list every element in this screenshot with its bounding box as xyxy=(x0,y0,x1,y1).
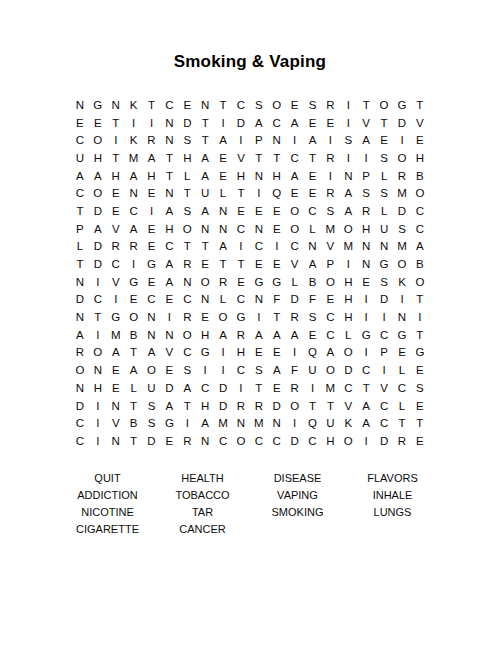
grid-cell[interactable]: A xyxy=(125,167,143,185)
grid-cell[interactable]: C xyxy=(214,432,232,450)
grid-cell[interactable]: C xyxy=(268,114,286,132)
grid-cell[interactable]: A xyxy=(339,202,357,220)
grid-cell[interactable]: N xyxy=(71,96,89,114)
grid-cell[interactable]: G xyxy=(89,96,107,114)
grid-cell[interactable]: R xyxy=(107,238,125,256)
grid-cell[interactable]: S xyxy=(411,379,429,397)
grid-cell[interactable]: O xyxy=(375,96,393,114)
grid-cell[interactable]: F xyxy=(286,361,304,379)
grid-cell[interactable]: L xyxy=(214,184,232,202)
grid-cell[interactable]: N xyxy=(357,238,375,256)
grid-cell[interactable]: C xyxy=(160,238,178,256)
grid-cell[interactable]: H xyxy=(268,167,286,185)
grid-cell[interactable]: U xyxy=(196,184,214,202)
grid-cell[interactable]: H xyxy=(196,397,214,415)
grid-cell[interactable]: E xyxy=(411,131,429,149)
grid-cell[interactable]: G xyxy=(357,326,375,344)
grid-cell[interactable]: L xyxy=(375,202,393,220)
grid-cell[interactable]: I xyxy=(89,273,107,291)
grid-cell[interactable]: E xyxy=(304,184,322,202)
grid-cell[interactable]: I xyxy=(321,167,339,185)
grid-cell[interactable]: N xyxy=(107,432,125,450)
grid-cell[interactable]: C xyxy=(71,184,89,202)
grid-cell[interactable]: S xyxy=(393,220,411,238)
grid-cell[interactable]: A xyxy=(214,131,232,149)
grid-cell[interactable]: S xyxy=(304,308,322,326)
grid-cell[interactable]: K xyxy=(393,273,411,291)
grid-cell[interactable]: D xyxy=(71,397,89,415)
grid-cell[interactable]: N xyxy=(143,308,161,326)
grid-cell[interactable]: C xyxy=(178,344,196,362)
grid-cell[interactable]: T xyxy=(125,432,143,450)
grid-cell[interactable]: A xyxy=(71,167,89,185)
grid-cell[interactable]: T xyxy=(196,131,214,149)
grid-cell[interactable]: U xyxy=(143,379,161,397)
grid-cell[interactable]: E xyxy=(268,220,286,238)
grid-cell[interactable]: I xyxy=(143,202,161,220)
grid-cell[interactable]: E xyxy=(375,131,393,149)
grid-cell[interactable]: O xyxy=(214,308,232,326)
grid-cell[interactable]: I xyxy=(160,308,178,326)
grid-cell[interactable]: O xyxy=(321,273,339,291)
grid-cell[interactable]: I xyxy=(89,397,107,415)
grid-cell[interactable]: T xyxy=(125,397,143,415)
grid-cell[interactable]: N xyxy=(160,131,178,149)
grid-cell[interactable]: R xyxy=(321,184,339,202)
grid-cell[interactable]: D xyxy=(339,361,357,379)
grid-cell[interactable]: N xyxy=(250,167,268,185)
grid-cell[interactable]: C xyxy=(286,149,304,167)
grid-cell[interactable]: E xyxy=(232,273,250,291)
grid-cell[interactable]: D xyxy=(375,432,393,450)
grid-cell[interactable]: P xyxy=(71,220,89,238)
grid-cell[interactable]: G xyxy=(268,273,286,291)
grid-cell[interactable]: A xyxy=(196,202,214,220)
grid-cell[interactable]: E xyxy=(304,326,322,344)
grid-cell[interactable]: S xyxy=(321,202,339,220)
grid-cell[interactable]: H xyxy=(357,220,375,238)
grid-cell[interactable]: N xyxy=(196,432,214,450)
grid-cell[interactable]: H xyxy=(411,149,429,167)
grid-cell[interactable]: O xyxy=(321,361,339,379)
grid-cell[interactable]: I xyxy=(357,308,375,326)
grid-cell[interactable]: N xyxy=(160,114,178,132)
grid-cell[interactable]: B xyxy=(304,273,322,291)
grid-cell[interactable]: A xyxy=(196,414,214,432)
grid-cell[interactable]: E xyxy=(304,167,322,185)
grid-cell[interactable]: N xyxy=(250,291,268,309)
grid-cell[interactable]: S xyxy=(250,361,268,379)
grid-cell[interactable]: O xyxy=(411,273,429,291)
grid-cell[interactable]: T xyxy=(160,167,178,185)
grid-cell[interactable]: R xyxy=(71,344,89,362)
grid-cell[interactable]: H xyxy=(339,273,357,291)
grid-cell[interactable]: N xyxy=(71,379,89,397)
grid-cell[interactable]: O xyxy=(178,326,196,344)
grid-cell[interactable]: E xyxy=(107,361,125,379)
grid-cell[interactable]: Q xyxy=(268,184,286,202)
grid-cell[interactable]: V xyxy=(107,414,125,432)
grid-cell[interactable]: V xyxy=(357,114,375,132)
grid-cell[interactable]: A xyxy=(250,114,268,132)
grid-cell[interactable]: A xyxy=(89,167,107,185)
grid-cell[interactable]: A xyxy=(286,114,304,132)
grid-cell[interactable]: T xyxy=(393,414,411,432)
grid-cell[interactable]: I xyxy=(178,414,196,432)
grid-cell[interactable]: V xyxy=(321,238,339,256)
grid-cell[interactable]: I xyxy=(286,414,304,432)
grid-cell[interactable]: C xyxy=(178,291,196,309)
grid-cell[interactable]: E xyxy=(143,273,161,291)
grid-cell[interactable]: A xyxy=(89,220,107,238)
grid-cell[interactable]: E xyxy=(411,397,429,415)
grid-cell[interactable]: V xyxy=(107,220,125,238)
grid-cell[interactable]: C xyxy=(304,432,322,450)
grid-cell[interactable]: E xyxy=(196,255,214,273)
grid-cell[interactable]: E xyxy=(304,114,322,132)
grid-cell[interactable]: H xyxy=(196,326,214,344)
grid-cell[interactable]: K xyxy=(125,131,143,149)
grid-cell[interactable]: N xyxy=(268,414,286,432)
grid-cell[interactable]: O xyxy=(286,220,304,238)
grid-cell[interactable]: A xyxy=(143,149,161,167)
grid-cell[interactable]: T xyxy=(178,184,196,202)
grid-cell[interactable]: A xyxy=(71,326,89,344)
grid-cell[interactable]: N xyxy=(304,238,322,256)
grid-cell[interactable]: N xyxy=(250,220,268,238)
grid-cell[interactable]: D xyxy=(393,202,411,220)
grid-cell[interactable]: D xyxy=(232,114,250,132)
grid-cell[interactable]: G xyxy=(411,344,429,362)
grid-cell[interactable]: N xyxy=(214,202,232,220)
grid-cell[interactable]: E xyxy=(250,202,268,220)
grid-cell[interactable]: I xyxy=(357,291,375,309)
grid-cell[interactable]: N xyxy=(339,167,357,185)
grid-cell[interactable]: N xyxy=(232,414,250,432)
grid-cell[interactable]: M xyxy=(339,238,357,256)
grid-cell[interactable]: O xyxy=(286,397,304,415)
grid-cell[interactable]: S xyxy=(178,202,196,220)
grid-cell[interactable]: B xyxy=(125,414,143,432)
grid-cell[interactable]: S xyxy=(339,131,357,149)
grid-cell[interactable]: L xyxy=(286,273,304,291)
grid-cell[interactable]: R xyxy=(178,432,196,450)
grid-cell[interactable]: H xyxy=(232,167,250,185)
grid-cell[interactable]: A xyxy=(357,397,375,415)
grid-cell[interactable]: V xyxy=(232,149,250,167)
grid-cell[interactable]: E xyxy=(125,291,143,309)
grid-cell[interactable]: G xyxy=(160,414,178,432)
grid-cell[interactable]: N xyxy=(160,184,178,202)
grid-cell[interactable]: R xyxy=(125,238,143,256)
grid-cell[interactable]: R xyxy=(321,149,339,167)
grid-cell[interactable]: T xyxy=(160,149,178,167)
grid-cell[interactable]: E xyxy=(268,202,286,220)
grid-cell[interactable]: S xyxy=(250,96,268,114)
grid-cell[interactable]: A xyxy=(160,273,178,291)
grid-cell[interactable]: S xyxy=(304,96,322,114)
grid-cell[interactable]: C xyxy=(250,238,268,256)
grid-cell[interactable]: A xyxy=(214,326,232,344)
grid-cell[interactable]: H xyxy=(178,149,196,167)
grid-cell[interactable]: R xyxy=(393,167,411,185)
grid-cell[interactable]: T xyxy=(178,397,196,415)
grid-cell[interactable]: M xyxy=(125,149,143,167)
grid-cell[interactable]: D xyxy=(214,379,232,397)
grid-cell[interactable]: N xyxy=(393,308,411,326)
grid-cell[interactable]: R xyxy=(178,308,196,326)
grid-cell[interactable]: O xyxy=(339,344,357,362)
grid-cell[interactable]: A xyxy=(411,238,429,256)
grid-cell[interactable]: H xyxy=(339,308,357,326)
grid-cell[interactable]: E xyxy=(160,291,178,309)
grid-cell[interactable]: C xyxy=(286,238,304,256)
grid-cell[interactable]: H xyxy=(339,291,357,309)
grid-cell[interactable]: O xyxy=(411,184,429,202)
grid-cell[interactable]: T xyxy=(232,184,250,202)
grid-cell[interactable]: I xyxy=(250,308,268,326)
grid-cell[interactable]: O xyxy=(196,273,214,291)
grid-cell[interactable]: T xyxy=(357,96,375,114)
grid-cell[interactable]: B xyxy=(125,326,143,344)
grid-cell[interactable]: M xyxy=(393,238,411,256)
grid-cell[interactable]: T xyxy=(250,379,268,397)
grid-cell[interactable]: D xyxy=(214,397,232,415)
grid-cell[interactable]: A xyxy=(214,238,232,256)
grid-cell[interactable]: D xyxy=(89,255,107,273)
grid-cell[interactable]: M xyxy=(250,414,268,432)
grid-cell[interactable]: P xyxy=(321,255,339,273)
grid-cell[interactable]: E xyxy=(71,114,89,132)
grid-cell[interactable]: C xyxy=(357,361,375,379)
grid-cell[interactable]: L xyxy=(339,326,357,344)
grid-cell[interactable]: E xyxy=(214,167,232,185)
grid-cell[interactable]: N xyxy=(357,255,375,273)
grid-cell[interactable]: T xyxy=(411,414,429,432)
grid-cell[interactable]: V xyxy=(375,379,393,397)
grid-cell[interactable]: T xyxy=(196,114,214,132)
grid-cell[interactable]: I xyxy=(393,131,411,149)
grid-cell[interactable]: D xyxy=(143,432,161,450)
grid-cell[interactable]: A xyxy=(196,149,214,167)
grid-cell[interactable]: G xyxy=(125,273,143,291)
grid-cell[interactable]: T xyxy=(304,397,322,415)
grid-cell[interactable]: C xyxy=(411,202,429,220)
grid-cell[interactable]: M xyxy=(321,220,339,238)
grid-cell[interactable]: C xyxy=(107,255,125,273)
grid-cell[interactable]: A xyxy=(268,361,286,379)
grid-cell[interactable]: Q xyxy=(304,414,322,432)
grid-cell[interactable]: I xyxy=(375,361,393,379)
grid-cell[interactable]: I xyxy=(214,344,232,362)
grid-cell[interactable]: C xyxy=(375,326,393,344)
grid-cell[interactable]: R xyxy=(232,397,250,415)
grid-cell[interactable]: H xyxy=(107,167,125,185)
grid-cell[interactable]: M xyxy=(107,326,125,344)
grid-cell[interactable]: G xyxy=(232,308,250,326)
grid-cell[interactable]: T xyxy=(304,149,322,167)
grid-cell[interactable]: O xyxy=(339,220,357,238)
grid-cell[interactable]: T xyxy=(411,291,429,309)
grid-cell[interactable]: N xyxy=(196,291,214,309)
grid-cell[interactable]: O xyxy=(143,361,161,379)
grid-cell[interactable]: O xyxy=(393,255,411,273)
grid-cell[interactable]: U xyxy=(375,220,393,238)
grid-cell[interactable]: D xyxy=(375,291,393,309)
grid-cell[interactable]: T xyxy=(250,149,268,167)
grid-cell[interactable]: E xyxy=(357,273,375,291)
grid-cell[interactable]: U xyxy=(304,361,322,379)
grid-cell[interactable]: T xyxy=(196,238,214,256)
grid-cell[interactable]: I xyxy=(107,291,125,309)
grid-cell[interactable]: C xyxy=(339,379,357,397)
grid-cell[interactable]: A xyxy=(250,326,268,344)
grid-cell[interactable]: O xyxy=(178,220,196,238)
grid-cell[interactable]: I xyxy=(268,238,286,256)
grid-cell[interactable]: I xyxy=(89,432,107,450)
grid-cell[interactable]: C xyxy=(375,414,393,432)
grid-cell[interactable]: A xyxy=(339,184,357,202)
grid-cell[interactable]: G xyxy=(250,273,268,291)
grid-cell[interactable]: T xyxy=(125,344,143,362)
grid-cell[interactable]: C xyxy=(232,220,250,238)
grid-cell[interactable]: D xyxy=(286,291,304,309)
grid-cell[interactable]: N xyxy=(107,397,125,415)
grid-cell[interactable]: I xyxy=(393,291,411,309)
grid-cell[interactable]: L xyxy=(178,167,196,185)
grid-cell[interactable]: A xyxy=(304,255,322,273)
grid-cell[interactable]: L xyxy=(125,379,143,397)
grid-cell[interactable]: D xyxy=(89,202,107,220)
grid-cell[interactable]: E xyxy=(250,344,268,362)
grid-cell[interactable]: G xyxy=(375,255,393,273)
grid-cell[interactable]: C xyxy=(232,361,250,379)
grid-cell[interactable]: T xyxy=(411,326,429,344)
grid-cell[interactable]: A xyxy=(125,361,143,379)
grid-cell[interactable]: H xyxy=(232,344,250,362)
grid-cell[interactable]: E xyxy=(160,432,178,450)
grid-cell[interactable]: E xyxy=(107,202,125,220)
grid-cell[interactable]: R xyxy=(232,326,250,344)
grid-cell[interactable]: I xyxy=(339,96,357,114)
grid-cell[interactable]: I xyxy=(250,184,268,202)
grid-cell[interactable]: P xyxy=(375,344,393,362)
grid-cell[interactable]: T xyxy=(214,96,232,114)
grid-cell[interactable]: D xyxy=(268,397,286,415)
grid-cell[interactable]: S xyxy=(143,397,161,415)
grid-cell[interactable]: G xyxy=(196,344,214,362)
grid-cell[interactable]: R xyxy=(393,432,411,450)
grid-cell[interactable]: V xyxy=(160,344,178,362)
grid-cell[interactable]: E xyxy=(286,96,304,114)
grid-cell[interactable]: O xyxy=(71,361,89,379)
grid-cell[interactable]: I xyxy=(232,131,250,149)
grid-cell[interactable]: N xyxy=(71,273,89,291)
grid-cell[interactable]: T xyxy=(71,255,89,273)
grid-cell[interactable]: A xyxy=(178,379,196,397)
grid-cell[interactable]: E xyxy=(160,361,178,379)
grid-cell[interactable]: U xyxy=(321,414,339,432)
grid-cell[interactable]: S xyxy=(357,184,375,202)
grid-cell[interactable]: E xyxy=(321,291,339,309)
grid-cell[interactable]: O xyxy=(232,432,250,450)
grid-cell[interactable]: C xyxy=(160,96,178,114)
grid-cell[interactable]: C xyxy=(393,379,411,397)
grid-cell[interactable]: M xyxy=(214,414,232,432)
grid-cell[interactable]: F xyxy=(304,291,322,309)
grid-cell[interactable]: T xyxy=(214,255,232,273)
grid-cell[interactable]: C xyxy=(71,414,89,432)
grid-cell[interactable]: T xyxy=(143,96,161,114)
grid-cell[interactable]: I xyxy=(125,255,143,273)
grid-cell[interactable]: L xyxy=(393,397,411,415)
grid-cell[interactable]: M xyxy=(393,184,411,202)
grid-cell[interactable]: C xyxy=(375,397,393,415)
grid-cell[interactable]: S xyxy=(143,414,161,432)
grid-cell[interactable]: I xyxy=(304,379,322,397)
grid-cell[interactable]: V xyxy=(107,273,125,291)
grid-cell[interactable]: O xyxy=(393,149,411,167)
grid-cell[interactable]: V xyxy=(339,397,357,415)
grid-cell[interactable]: I xyxy=(357,344,375,362)
grid-cell[interactable]: C xyxy=(232,96,250,114)
grid-cell[interactable]: C xyxy=(250,432,268,450)
grid-cell[interactable]: S xyxy=(375,273,393,291)
grid-cell[interactable]: O xyxy=(89,184,107,202)
grid-cell[interactable]: N xyxy=(71,308,89,326)
grid-cell[interactable]: D xyxy=(71,291,89,309)
grid-cell[interactable]: A xyxy=(160,255,178,273)
grid-cell[interactable]: S xyxy=(375,184,393,202)
grid-cell[interactable]: C xyxy=(196,379,214,397)
grid-cell[interactable]: E xyxy=(107,379,125,397)
grid-cell[interactable]: E xyxy=(143,220,161,238)
grid-cell[interactable]: A xyxy=(357,414,375,432)
grid-cell[interactable]: I xyxy=(196,361,214,379)
grid-cell[interactable]: A xyxy=(286,167,304,185)
grid-cell[interactable]: C xyxy=(71,131,89,149)
grid-cell[interactable]: P xyxy=(357,167,375,185)
grid-cell[interactable]: R xyxy=(321,96,339,114)
grid-cell[interactable]: E xyxy=(286,184,304,202)
grid-cell[interactable]: C xyxy=(125,202,143,220)
grid-cell[interactable]: P xyxy=(250,131,268,149)
grid-cell[interactable]: I xyxy=(232,238,250,256)
grid-cell[interactable]: I xyxy=(214,361,232,379)
grid-cell[interactable]: N xyxy=(107,96,125,114)
grid-cell[interactable]: T xyxy=(375,114,393,132)
grid-cell[interactable]: I xyxy=(339,255,357,273)
grid-cell[interactable]: E xyxy=(321,114,339,132)
grid-cell[interactable]: K xyxy=(339,414,357,432)
grid-cell[interactable]: R xyxy=(286,379,304,397)
grid-cell[interactable]: E xyxy=(411,361,429,379)
grid-cell[interactable]: O xyxy=(125,308,143,326)
grid-cell[interactable]: G xyxy=(107,308,125,326)
grid-cell[interactable]: R xyxy=(286,308,304,326)
grid-cell[interactable]: C xyxy=(321,326,339,344)
grid-cell[interactable]: H xyxy=(143,167,161,185)
grid-cell[interactable]: O xyxy=(89,344,107,362)
grid-cell[interactable]: Q xyxy=(304,344,322,362)
grid-cell[interactable]: A xyxy=(268,326,286,344)
grid-cell[interactable]: N xyxy=(196,220,214,238)
grid-cell[interactable]: E xyxy=(214,149,232,167)
grid-cell[interactable]: A xyxy=(304,131,322,149)
grid-cell[interactable]: E xyxy=(393,344,411,362)
grid-cell[interactable]: D xyxy=(160,379,178,397)
grid-cell[interactable]: L xyxy=(71,238,89,256)
